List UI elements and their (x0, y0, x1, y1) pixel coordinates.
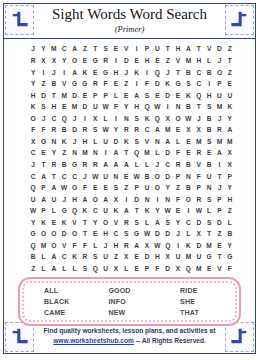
grid-cell[interactable]: L (100, 113, 110, 125)
grid-cell[interactable]: Y (121, 102, 131, 114)
grid-cell[interactable]: A (80, 194, 90, 206)
grid-cell[interactable]: F (173, 194, 183, 206)
grid-cell[interactable]: T (163, 44, 173, 56)
grid-cell[interactable]: I (152, 194, 162, 206)
grid-cell[interactable]: S (38, 102, 48, 114)
grid-cell[interactable]: G (59, 206, 69, 218)
grid-cell[interactable]: I (111, 56, 121, 68)
grid-cell[interactable]: S (90, 125, 100, 137)
grid-cell[interactable]: R (80, 160, 90, 172)
grid-cell[interactable]: G (80, 79, 90, 91)
grid-cell[interactable]: Q (142, 102, 152, 114)
grid-cell[interactable]: Y (28, 67, 38, 79)
grid-cell[interactable]: M (194, 263, 204, 275)
grid-cell[interactable]: R (121, 217, 131, 229)
grid-cell[interactable]: E (111, 79, 121, 91)
grid-cell[interactable]: G (132, 229, 142, 241)
grid-cell[interactable]: G (90, 56, 100, 68)
grid-cell[interactable]: R (194, 148, 204, 160)
grid-cell[interactable]: X (111, 194, 121, 206)
grid-cell[interactable]: E (100, 183, 110, 195)
grid-cell[interactable]: Z (121, 79, 131, 91)
grid-cell[interactable]: V (69, 217, 79, 229)
grid-cell[interactable]: X (163, 113, 173, 125)
grid-cell[interactable]: A (38, 194, 48, 206)
grid-cell[interactable]: O (214, 67, 224, 79)
grid-cell[interactable]: D (163, 229, 173, 241)
grid-cell[interactable]: M (214, 102, 224, 114)
grid-cell[interactable]: N (49, 136, 59, 148)
grid-cell[interactable]: S (204, 102, 214, 114)
grid-cell[interactable]: X (38, 56, 48, 68)
grid-cell[interactable]: H (28, 90, 38, 102)
grid-cell[interactable]: L (173, 136, 183, 148)
grid-cell[interactable]: V (111, 217, 121, 229)
grid-cell[interactable]: Y (152, 206, 162, 218)
grid-cell[interactable]: P (132, 183, 142, 195)
website-link[interactable]: www.worksheetshub.com (53, 337, 134, 344)
grid-cell[interactable]: I (38, 67, 48, 79)
grid-cell[interactable]: F (225, 263, 235, 275)
grid-cell[interactable]: M (59, 90, 69, 102)
grid-cell[interactable]: S (132, 136, 142, 148)
grid-cell[interactable]: M (163, 125, 173, 137)
grid-cell[interactable]: Q (194, 90, 204, 102)
grid-cell[interactable]: M (183, 252, 193, 264)
grid-cell[interactable]: X (183, 125, 193, 137)
grid-cell[interactable]: I (100, 148, 110, 160)
grid-cell[interactable]: E (152, 90, 162, 102)
grid-cell[interactable]: O (38, 229, 48, 241)
grid-cell[interactable]: M (214, 136, 224, 148)
grid-cell[interactable]: Q (28, 240, 38, 252)
grid-cell[interactable]: I (121, 194, 131, 206)
grid-cell[interactable]: R (173, 160, 183, 172)
grid-cell[interactable]: E (121, 171, 131, 183)
grid-cell[interactable]: T (80, 217, 90, 229)
grid-cell[interactable]: C (90, 206, 100, 218)
grid-cell[interactable]: Y (28, 217, 38, 229)
grid-cell[interactable]: P (38, 206, 48, 218)
grid-cell[interactable]: L (121, 263, 131, 275)
grid-cell[interactable]: Z (214, 229, 224, 241)
grid-cell[interactable]: M (194, 136, 204, 148)
grid-cell[interactable]: W (100, 125, 110, 137)
grid-cell[interactable]: W (183, 113, 193, 125)
grid-cell[interactable]: O (100, 217, 110, 229)
grid-cell[interactable]: B (183, 160, 193, 172)
grid-cell[interactable]: U (90, 102, 100, 114)
grid-cell[interactable]: J (194, 113, 204, 125)
grid-cell[interactable]: J (49, 67, 59, 79)
grid-cell[interactable]: S (111, 183, 121, 195)
grid-cell[interactable]: M (69, 102, 79, 114)
grid-cell[interactable]: J (80, 171, 90, 183)
grid-cell[interactable]: S (121, 229, 131, 241)
grid-cell[interactable]: T (225, 56, 235, 68)
grid-cell[interactable]: U (214, 90, 224, 102)
grid-cell[interactable]: H (173, 44, 183, 56)
grid-cell[interactable]: U (100, 206, 110, 218)
grid-cell[interactable]: Y (173, 217, 183, 229)
grid-cell[interactable]: G (225, 252, 235, 264)
grid-cell[interactable]: I (111, 113, 121, 125)
grid-cell[interactable]: P (100, 90, 110, 102)
grid-cell[interactable]: T (49, 171, 59, 183)
grid-cell[interactable]: Y (225, 183, 235, 195)
grid-cell[interactable]: S (132, 113, 142, 125)
grid-cell[interactable]: U (100, 171, 110, 183)
grid-cell[interactable]: Y (225, 113, 235, 125)
grid-cell[interactable]: D (163, 171, 173, 183)
grid-cell[interactable]: Z (111, 252, 121, 264)
grid-cell[interactable]: Y (49, 148, 59, 160)
grid-cell[interactable]: O (69, 183, 79, 195)
grid-cell[interactable]: K (111, 206, 121, 218)
grid-cell[interactable]: B (28, 252, 38, 264)
grid-cell[interactable]: N (204, 183, 214, 195)
grid-cell[interactable]: E (225, 79, 235, 91)
grid-cell[interactable]: J (38, 113, 48, 125)
grid-cell[interactable]: L (152, 148, 162, 160)
grid-cell[interactable]: I (132, 79, 142, 91)
grid-cell[interactable]: B (59, 160, 69, 172)
grid-cell[interactable]: D (59, 229, 69, 241)
grid-cell[interactable]: F (111, 102, 121, 114)
grid-cell[interactable]: Q (59, 113, 69, 125)
grid-cell[interactable]: C (142, 125, 152, 137)
grid-cell[interactable]: B (183, 102, 193, 114)
grid-cell[interactable]: D (194, 217, 204, 229)
grid-cell[interactable]: R (80, 252, 90, 264)
grid-cell[interactable]: Q (28, 183, 38, 195)
grid-cell[interactable]: H (152, 252, 162, 264)
grid-cell[interactable]: R (214, 125, 224, 137)
grid-cell[interactable]: H (111, 240, 121, 252)
grid-cell[interactable]: H (49, 102, 59, 114)
grid-cell[interactable]: X (225, 160, 235, 172)
grid-cell[interactable]: P (214, 79, 224, 91)
grid-cell[interactable]: T (80, 229, 90, 241)
grid-cell[interactable]: K (80, 206, 90, 218)
grid-cell[interactable]: M (183, 56, 193, 68)
grid-cell[interactable]: A (183, 44, 193, 56)
grid-cell[interactable]: U (173, 252, 183, 264)
grid-cell[interactable]: D (214, 44, 224, 56)
grid-cell[interactable]: U (100, 136, 110, 148)
grid-cell[interactable]: E (59, 102, 69, 114)
grid-cell[interactable]: T (38, 160, 48, 172)
grid-cell[interactable]: H (142, 56, 152, 68)
grid-cell[interactable]: D (111, 136, 121, 148)
grid-cell[interactable]: P (142, 44, 152, 56)
grid-cell[interactable]: A (111, 160, 121, 172)
grid-cell[interactable]: E (90, 183, 100, 195)
grid-cell[interactable]: H (225, 194, 235, 206)
grid-cell[interactable]: E (173, 206, 183, 218)
grid-cell[interactable]: B (142, 171, 152, 183)
grid-cell[interactable]: S (90, 252, 100, 264)
grid-cell[interactable]: I (183, 206, 193, 218)
grid-cell[interactable]: A (152, 217, 162, 229)
grid-cell[interactable]: N (152, 136, 162, 148)
grid-cell[interactable]: O (49, 229, 59, 241)
grid-cell[interactable]: N (163, 194, 173, 206)
grid-cell[interactable]: R (80, 125, 90, 137)
grid-cell[interactable]: Y (59, 56, 69, 68)
grid-cell[interactable]: K (59, 217, 69, 229)
grid-cell[interactable]: S (132, 217, 142, 229)
grid-cell[interactable]: Y (90, 217, 100, 229)
grid-cell[interactable]: S (80, 263, 90, 275)
grid-cell[interactable]: B (204, 113, 214, 125)
grid-cell[interactable]: G (28, 229, 38, 241)
grid-cell[interactable]: W (142, 229, 152, 241)
grid-cell[interactable]: K (69, 252, 79, 264)
grid-cell[interactable]: Y (163, 183, 173, 195)
grid-cell[interactable]: X (194, 125, 204, 137)
grid-cell[interactable]: Z (163, 56, 173, 68)
grid-cell[interactable]: E (132, 263, 142, 275)
grid-cell[interactable]: D (38, 90, 48, 102)
grid-cell[interactable]: L (142, 160, 152, 172)
grid-cell[interactable]: Q (183, 263, 193, 275)
grid-cell[interactable]: F (100, 79, 110, 91)
grid-cell[interactable]: F (28, 125, 38, 137)
grid-cell[interactable]: R (90, 160, 100, 172)
grid-cell[interactable]: X (90, 113, 100, 125)
grid-cell[interactable]: P (225, 171, 235, 183)
grid-cell[interactable]: B (204, 125, 214, 137)
grid-cell[interactable]: C (59, 252, 69, 264)
grid-cell[interactable]: W (152, 240, 162, 252)
grid-cell[interactable]: N (142, 194, 152, 206)
grid-cell[interactable]: Y (38, 44, 48, 56)
grid-cell[interactable]: D (163, 90, 173, 102)
grid-cell[interactable]: E (132, 56, 142, 68)
grid-cell[interactable]: W (100, 102, 110, 114)
grid-cell[interactable]: X (173, 263, 183, 275)
grid-cell[interactable]: L (183, 229, 193, 241)
grid-cell[interactable]: D (214, 217, 224, 229)
grid-cell[interactable]: D (80, 102, 90, 114)
grid-cell[interactable]: K (28, 102, 38, 114)
grid-cell[interactable]: O (152, 183, 162, 195)
grid-cell[interactable]: S (142, 90, 152, 102)
grid-cell[interactable]: O (28, 113, 38, 125)
grid-cell[interactable]: O (173, 113, 183, 125)
grid-cell[interactable]: K (183, 90, 193, 102)
grid-cell[interactable]: C (59, 171, 69, 183)
grid-cell[interactable]: M (204, 240, 214, 252)
grid-cell[interactable]: A (100, 160, 110, 172)
grid-cell[interactable]: S (204, 194, 214, 206)
grid-cell[interactable]: X (194, 229, 204, 241)
grid-cell[interactable]: Y (225, 240, 235, 252)
grid-cell[interactable]: L (38, 252, 48, 264)
grid-cell[interactable]: C (59, 44, 69, 56)
grid-cell[interactable]: G (38, 136, 48, 148)
grid-cell[interactable]: J (214, 56, 224, 68)
grid-cell[interactable]: J (28, 44, 38, 56)
grid-cell[interactable]: S (183, 79, 193, 91)
grid-cell[interactable]: U (28, 194, 38, 206)
grid-cell[interactable]: K (142, 113, 152, 125)
grid-cell[interactable]: O (90, 194, 100, 206)
grid-cell[interactable]: E (121, 90, 131, 102)
grid-cell[interactable]: F (80, 240, 90, 252)
grid-cell[interactable]: C (28, 171, 38, 183)
grid-cell[interactable]: M (80, 148, 90, 160)
grid-cell[interactable]: F (142, 79, 152, 91)
grid-cell[interactable]: R (49, 125, 59, 137)
grid-cell[interactable]: A (38, 171, 48, 183)
grid-cell[interactable]: I (163, 102, 173, 114)
grid-cell[interactable]: L (49, 206, 59, 218)
grid-cell[interactable]: I (173, 240, 183, 252)
grid-cell[interactable]: T (173, 67, 183, 79)
grid-cell[interactable]: W (163, 206, 173, 218)
grid-cell[interactable]: N (183, 171, 193, 183)
grid-cell[interactable]: X (111, 263, 121, 275)
grid-cell[interactable]: B (49, 79, 59, 91)
grid-cell[interactable]: X (121, 252, 131, 264)
grid-cell[interactable]: H (132, 102, 142, 114)
grid-cell[interactable]: L (90, 240, 100, 252)
grid-cell[interactable]: G (100, 67, 110, 79)
grid-cell[interactable]: J (59, 194, 69, 206)
grid-cell[interactable]: B (183, 67, 193, 79)
grid-cell[interactable]: Q (152, 67, 162, 79)
grid-cell[interactable]: G (69, 79, 79, 91)
grid-cell[interactable]: L (90, 136, 100, 148)
grid-cell[interactable]: D (194, 240, 204, 252)
grid-cell[interactable]: I (214, 160, 224, 172)
grid-cell[interactable]: C (163, 160, 173, 172)
grid-cell[interactable]: K (225, 102, 235, 114)
grid-cell[interactable]: L (38, 263, 48, 275)
grid-cell[interactable]: Z (80, 44, 90, 56)
grid-cell[interactable]: L (132, 160, 142, 172)
grid-cell[interactable]: A (152, 125, 162, 137)
grid-cell[interactable]: U (194, 252, 204, 264)
grid-cell[interactable]: P (38, 183, 48, 195)
grid-cell[interactable]: O (152, 171, 162, 183)
grid-cell[interactable]: H (111, 67, 121, 79)
grid-cell[interactable]: H (69, 194, 79, 206)
grid-cell[interactable]: I (59, 67, 69, 79)
grid-cell[interactable]: E (183, 136, 193, 148)
grid-cell[interactable]: B (225, 229, 235, 241)
grid-cell[interactable]: T (214, 252, 224, 264)
grid-cell[interactable]: O (183, 194, 193, 206)
grid-cell[interactable]: F (69, 240, 79, 252)
grid-cell[interactable]: I (142, 67, 152, 79)
grid-cell[interactable]: N (121, 113, 131, 125)
grid-cell[interactable]: B (183, 183, 193, 195)
grid-cell[interactable]: Z (225, 67, 235, 79)
grid-cell[interactable]: F (80, 183, 90, 195)
grid-cell[interactable]: Q (152, 113, 162, 125)
grid-cell[interactable]: W (59, 183, 69, 195)
grid-cell[interactable]: K (142, 206, 152, 218)
grid-cell[interactable]: D (121, 56, 131, 68)
grid-cell[interactable]: R (49, 160, 59, 172)
grid-cell[interactable]: A (69, 67, 79, 79)
grid-cell[interactable]: Z (225, 44, 235, 56)
grid-cell[interactable]: D (163, 263, 173, 275)
grid-cell[interactable]: F (38, 125, 48, 137)
grid-cell[interactable]: S (204, 136, 214, 148)
grid-cell[interactable]: E (38, 148, 48, 160)
grid-cell[interactable]: J (173, 229, 183, 241)
grid-cell[interactable]: H (80, 136, 90, 148)
grid-cell[interactable]: L (69, 263, 79, 275)
grid-cell[interactable]: A (100, 194, 110, 206)
grid-cell[interactable]: S (100, 44, 110, 56)
grid-cell[interactable]: T (49, 90, 59, 102)
grid-cell[interactable]: V (121, 44, 131, 56)
grid-cell[interactable]: U (49, 194, 59, 206)
grid-cell[interactable]: X (225, 148, 235, 160)
grid-cell[interactable]: J (214, 113, 224, 125)
grid-cell[interactable]: A (69, 44, 79, 56)
grid-cell[interactable]: M (38, 240, 48, 252)
grid-cell[interactable]: P (90, 90, 100, 102)
grid-cell[interactable]: J (121, 67, 131, 79)
grid-cell[interactable]: D (152, 79, 162, 91)
grid-cell[interactable]: U (225, 90, 235, 102)
grid-cell[interactable]: H (100, 229, 110, 241)
word-search-grid[interactable]: JYMCAZTSEVIPUTHATVDZRXXYOEGRIDEHEZVMHLJT… (28, 44, 235, 275)
grid-cell[interactable]: K (38, 217, 48, 229)
grid-cell[interactable]: C (69, 171, 79, 183)
grid-cell[interactable]: L (142, 217, 152, 229)
grid-cell[interactable]: Z (59, 148, 69, 160)
grid-cell[interactable]: A (163, 136, 173, 148)
grid-cell[interactable]: S (204, 217, 214, 229)
grid-cell[interactable]: T (90, 44, 100, 56)
grid-cell[interactable]: Y (111, 125, 121, 137)
grid-cell[interactable]: V (204, 44, 214, 56)
grid-cell[interactable]: Z (121, 183, 131, 195)
grid-cell[interactable]: Z (38, 79, 48, 91)
grid-cell[interactable]: A (225, 125, 235, 137)
grid-cell[interactable]: K (121, 136, 131, 148)
grid-cell[interactable]: C (111, 229, 121, 241)
grid-cell[interactable]: S (163, 217, 173, 229)
grid-cell[interactable]: M (225, 136, 235, 148)
grid-cell[interactable]: L (59, 263, 69, 275)
grid-cell[interactable]: N (173, 102, 183, 114)
grid-cell[interactable]: V (142, 136, 152, 148)
grid-cell[interactable]: V (59, 240, 69, 252)
grid-cell[interactable]: W (132, 171, 142, 183)
grid-cell[interactable]: D (69, 125, 79, 137)
grid-cell[interactable]: L (225, 217, 235, 229)
grid-cell[interactable]: C (194, 67, 204, 79)
grid-cell[interactable]: R (90, 79, 100, 91)
grid-cell[interactable]: D (142, 252, 152, 264)
grid-cell[interactable]: O (69, 56, 79, 68)
grid-cell[interactable]: X (142, 240, 152, 252)
grid-cell[interactable]: C (49, 113, 59, 125)
grid-cell[interactable]: V (194, 160, 204, 172)
grid-cell[interactable]: O (69, 229, 79, 241)
grid-cell[interactable]: D (132, 194, 142, 206)
grid-cell[interactable]: O (49, 240, 59, 252)
grid-cell[interactable]: B (204, 160, 214, 172)
